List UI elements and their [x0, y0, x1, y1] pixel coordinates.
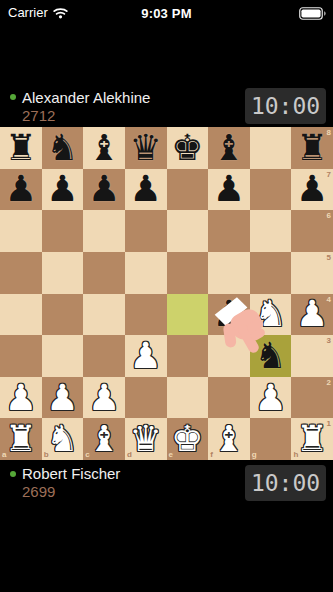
- square-b4[interactable]: [42, 294, 84, 336]
- rank-label: 2: [327, 379, 331, 387]
- black-rook: ♜: [5, 130, 37, 166]
- square-e7[interactable]: [167, 169, 209, 211]
- square-b1[interactable]: ♞b: [42, 418, 84, 460]
- square-d2[interactable]: [125, 377, 167, 419]
- file-label: a: [2, 451, 6, 459]
- square-c1[interactable]: ♝c: [83, 418, 125, 460]
- square-d4[interactable]: [125, 294, 167, 336]
- square-e6[interactable]: [167, 210, 209, 252]
- square-a4[interactable]: [0, 294, 42, 336]
- square-c5[interactable]: [83, 252, 125, 294]
- square-h4[interactable]: ♟4: [291, 294, 333, 336]
- black-pawn: ♟: [213, 171, 245, 207]
- white-bishop: ♝: [213, 421, 245, 457]
- square-a8[interactable]: ♜: [0, 127, 42, 169]
- square-g7[interactable]: [250, 169, 292, 211]
- rank-label: 4: [327, 296, 331, 304]
- white-pawn: ♟: [296, 296, 328, 332]
- file-label: e: [169, 451, 173, 459]
- square-h2[interactable]: 2: [291, 377, 333, 419]
- square-g8[interactable]: [250, 127, 292, 169]
- square-h8[interactable]: ♜8: [291, 127, 333, 169]
- square-a2[interactable]: ♟: [0, 377, 42, 419]
- file-label: g: [252, 451, 257, 459]
- square-h6[interactable]: 6: [291, 210, 333, 252]
- square-e8[interactable]: ♚: [167, 127, 209, 169]
- square-e1[interactable]: ♚e: [167, 418, 209, 460]
- square-f2[interactable]: [208, 377, 250, 419]
- player-strip-bottom: Robert Fischer 2699 10:00: [0, 460, 333, 505]
- square-f1[interactable]: ♝f: [208, 418, 250, 460]
- square-g2[interactable]: ♟: [250, 377, 292, 419]
- square-f5[interactable]: [208, 252, 250, 294]
- square-b7[interactable]: ♟: [42, 169, 84, 211]
- file-label: d: [127, 451, 132, 459]
- player-strip-top: Alexander Alekhine 2712 10:00: [0, 85, 333, 127]
- square-d5[interactable]: [125, 252, 167, 294]
- rank-label: 5: [327, 254, 331, 262]
- square-g5[interactable]: [250, 252, 292, 294]
- online-dot: [10, 471, 16, 477]
- white-pawn: ♟: [130, 338, 162, 374]
- player-info-bottom[interactable]: Robert Fischer 2699: [0, 465, 120, 500]
- white-pawn: ♟: [254, 380, 286, 416]
- black-pawn: ♟: [213, 296, 245, 332]
- player-rating: 2699: [22, 483, 120, 500]
- square-e3[interactable]: [167, 335, 209, 377]
- clock-time: 9:03 PM: [0, 6, 333, 21]
- white-queen: ♛: [130, 421, 162, 457]
- white-rook: ♜: [5, 421, 37, 457]
- file-label: h: [293, 451, 298, 459]
- file-label: c: [85, 451, 89, 459]
- square-d8[interactable]: ♛: [125, 127, 167, 169]
- rank-label: 7: [327, 171, 331, 179]
- square-a6[interactable]: [0, 210, 42, 252]
- square-d3[interactable]: ♟: [125, 335, 167, 377]
- square-h3[interactable]: 3: [291, 335, 333, 377]
- chess-board[interactable]: ♜♞♝♛♚♝♜8♟♟♟♟♟♟765♟♞♟4♟♞3♟♟♟♟2♜a♞b♝c♛d♚e♝…: [0, 127, 333, 460]
- square-f3[interactable]: [208, 335, 250, 377]
- square-e5[interactable]: [167, 252, 209, 294]
- black-knight: ♞: [254, 338, 286, 374]
- square-h7[interactable]: ♟7: [291, 169, 333, 211]
- battery-icon: [299, 7, 326, 20]
- rank-label: 3: [327, 337, 331, 345]
- square-c7[interactable]: ♟: [83, 169, 125, 211]
- square-g3[interactable]: ♞: [250, 335, 292, 377]
- clock-top: 10:00: [245, 88, 326, 124]
- square-c6[interactable]: [83, 210, 125, 252]
- square-h5[interactable]: 5: [291, 252, 333, 294]
- square-a7[interactable]: ♟: [0, 169, 42, 211]
- black-king: ♚: [171, 130, 203, 166]
- file-label: b: [44, 451, 49, 459]
- square-c3[interactable]: [83, 335, 125, 377]
- square-f6[interactable]: [208, 210, 250, 252]
- online-dot: [10, 94, 16, 100]
- black-pawn: ♟: [130, 171, 162, 207]
- white-pawn: ♟: [46, 380, 78, 416]
- square-b5[interactable]: [42, 252, 84, 294]
- square-c4[interactable]: [83, 294, 125, 336]
- white-knight: ♞: [46, 421, 78, 457]
- square-b2[interactable]: ♟: [42, 377, 84, 419]
- black-pawn: ♟: [46, 171, 78, 207]
- white-rook: ♜: [296, 421, 328, 457]
- square-a3[interactable]: [0, 335, 42, 377]
- square-c8[interactable]: ♝: [83, 127, 125, 169]
- square-b8[interactable]: ♞: [42, 127, 84, 169]
- player-rating: 2712: [22, 107, 150, 124]
- file-label: f: [210, 451, 213, 459]
- square-a5[interactable]: [0, 252, 42, 294]
- square-e2[interactable]: [167, 377, 209, 419]
- square-f4[interactable]: ♟: [208, 294, 250, 336]
- square-g4[interactable]: ♞: [250, 294, 292, 336]
- square-c2[interactable]: ♟: [83, 377, 125, 419]
- square-a1[interactable]: ♜a: [0, 418, 42, 460]
- player-name: Alexander Alekhine: [22, 89, 150, 106]
- square-d6[interactable]: [125, 210, 167, 252]
- white-king: ♚: [171, 421, 203, 457]
- white-pawn: ♟: [5, 380, 37, 416]
- black-pawn: ♟: [88, 171, 120, 207]
- square-e4[interactable]: [167, 294, 209, 336]
- app-window: Carrier 9:03 PM Alexander Alekhine 2712 …: [0, 0, 333, 592]
- square-f8[interactable]: ♝: [208, 127, 250, 169]
- square-h1[interactable]: ♜1h: [291, 418, 333, 460]
- square-g6[interactable]: [250, 210, 292, 252]
- black-rook: ♜: [296, 130, 328, 166]
- white-bishop: ♝: [88, 421, 120, 457]
- square-b6[interactable]: [42, 210, 84, 252]
- black-knight: ♞: [46, 130, 78, 166]
- rank-label: 8: [327, 129, 331, 137]
- black-bishop: ♝: [88, 130, 120, 166]
- square-b3[interactable]: [42, 335, 84, 377]
- black-pawn: ♟: [5, 171, 37, 207]
- square-f7[interactable]: ♟: [208, 169, 250, 211]
- black-queen: ♛: [130, 130, 162, 166]
- rank-label: 6: [327, 212, 331, 220]
- player-name: Robert Fischer: [22, 465, 120, 482]
- square-d1[interactable]: ♛d: [125, 418, 167, 460]
- rank-label: 1: [327, 420, 331, 428]
- black-bishop: ♝: [213, 130, 245, 166]
- black-pawn: ♟: [296, 171, 328, 207]
- white-pawn: ♟: [88, 380, 120, 416]
- square-g1[interactable]: g: [250, 418, 292, 460]
- square-d7[interactable]: ♟: [125, 169, 167, 211]
- white-knight: ♞: [254, 296, 286, 332]
- clock-bottom: 10:00: [245, 465, 326, 501]
- player-info-top[interactable]: Alexander Alekhine 2712: [0, 89, 150, 124]
- status-bar: Carrier 9:03 PM: [0, 0, 333, 28]
